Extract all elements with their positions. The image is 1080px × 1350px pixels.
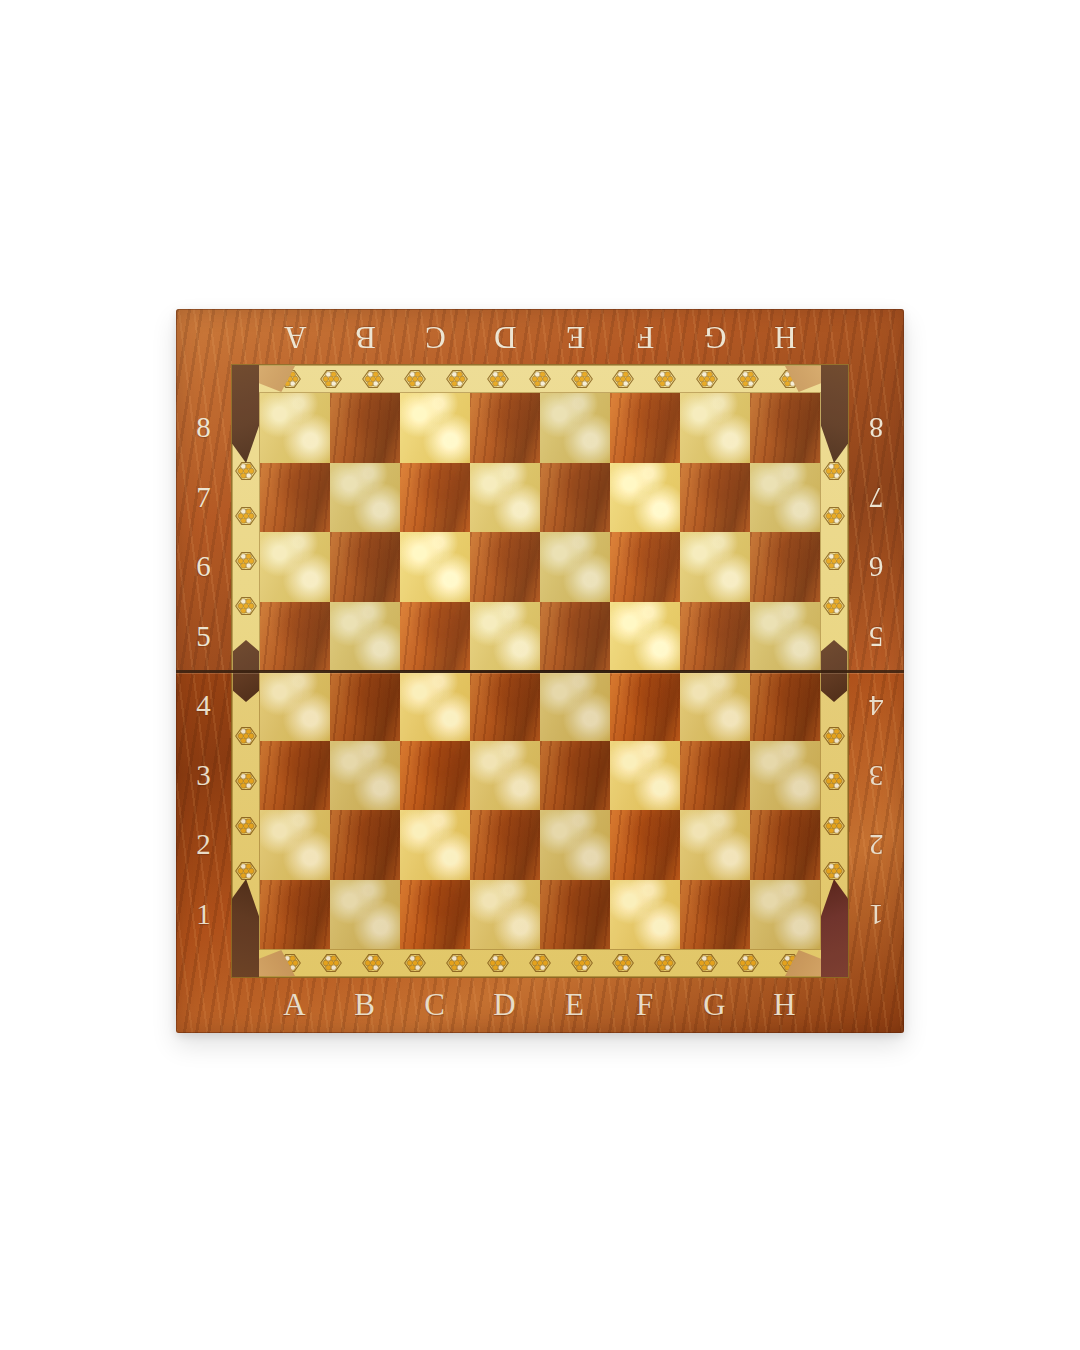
rank-label: 7 — [868, 481, 884, 514]
rank-label: 2 — [868, 828, 884, 861]
rank-label: 8 — [868, 411, 884, 444]
square-d4 — [470, 671, 540, 741]
medallion-strip-bottom — [260, 949, 820, 977]
square-h8 — [750, 393, 820, 463]
rank-label: 1 — [196, 898, 212, 931]
square-c1 — [400, 880, 470, 950]
rank-label: 4 — [196, 689, 212, 722]
honeycomb-medallion-icon — [695, 367, 719, 391]
honeycomb-medallion-icon — [822, 549, 846, 573]
square-f7 — [610, 463, 680, 533]
square-f2 — [610, 810, 680, 880]
square-g2 — [680, 810, 750, 880]
square-e1 — [540, 880, 610, 950]
honeycomb-medallion-icon — [234, 769, 258, 793]
square-b4 — [330, 671, 400, 741]
square-d5 — [470, 602, 540, 672]
square-g7 — [680, 463, 750, 533]
honeycomb-medallion-icon — [736, 367, 760, 391]
square-g3 — [680, 741, 750, 811]
honeycomb-medallion-icon — [611, 951, 635, 975]
square-h3 — [750, 741, 820, 811]
square-e2 — [540, 810, 610, 880]
file-label: H — [773, 319, 796, 355]
honeycomb-medallion-icon — [653, 367, 677, 391]
square-e8 — [540, 393, 610, 463]
square-a1 — [260, 880, 330, 950]
square-c3 — [400, 741, 470, 811]
square-b8 — [330, 393, 400, 463]
rank-label: 5 — [868, 620, 884, 653]
square-d3 — [470, 741, 540, 811]
square-c4 — [400, 671, 470, 741]
square-d1 — [470, 880, 540, 950]
square-f1 — [610, 880, 680, 950]
square-h4 — [750, 671, 820, 741]
square-c7 — [400, 463, 470, 533]
square-a6 — [260, 532, 330, 602]
honeycomb-medallion-icon — [361, 951, 385, 975]
honeycomb-medallion-icon — [319, 367, 343, 391]
rank-label: 1 — [868, 898, 884, 931]
square-e5 — [540, 602, 610, 672]
honeycomb-medallion-icon — [822, 724, 846, 748]
file-label: C — [424, 987, 446, 1023]
square-b7 — [330, 463, 400, 533]
chessboard: ABCDEFGH ABCDEFGH 87654321 87654321 — [176, 309, 904, 1033]
file-label: C — [424, 319, 446, 355]
honeycomb-medallion-icon — [403, 367, 427, 391]
square-c5 — [400, 602, 470, 672]
square-f8 — [610, 393, 680, 463]
honeycomb-medallion-icon — [611, 367, 635, 391]
file-label: D — [493, 987, 516, 1023]
square-h6 — [750, 532, 820, 602]
square-d7 — [470, 463, 540, 533]
square-b5 — [330, 602, 400, 672]
square-c8 — [400, 393, 470, 463]
honeycomb-medallion-icon — [361, 367, 385, 391]
square-b6 — [330, 532, 400, 602]
square-c2 — [400, 810, 470, 880]
square-a7 — [260, 463, 330, 533]
rank-label: 7 — [196, 481, 212, 514]
honeycomb-medallion-icon — [528, 367, 552, 391]
file-label: G — [703, 987, 726, 1023]
honeycomb-medallion-icon — [234, 724, 258, 748]
honeycomb-medallion-icon — [445, 367, 469, 391]
honeycomb-medallion-icon — [234, 594, 258, 618]
square-f3 — [610, 741, 680, 811]
file-label: H — [773, 987, 796, 1023]
honeycomb-medallion-icon — [445, 951, 469, 975]
square-e4 — [540, 671, 610, 741]
square-a8 — [260, 393, 330, 463]
honeycomb-medallion-icon — [403, 951, 427, 975]
bottom-file-labels: ABCDEFGH — [260, 977, 820, 1033]
square-b1 — [330, 880, 400, 950]
honeycomb-medallion-icon — [486, 951, 510, 975]
square-e3 — [540, 741, 610, 811]
square-d8 — [470, 393, 540, 463]
square-e7 — [540, 463, 610, 533]
honeycomb-medallion-icon — [234, 549, 258, 573]
square-a2 — [260, 810, 330, 880]
honeycomb-medallion-icon — [570, 367, 594, 391]
file-label: D — [493, 319, 516, 355]
square-d6 — [470, 532, 540, 602]
file-label: F — [636, 987, 654, 1023]
square-h7 — [750, 463, 820, 533]
honeycomb-medallion-icon — [486, 367, 510, 391]
square-c6 — [400, 532, 470, 602]
file-label: E — [565, 319, 585, 355]
file-label: A — [283, 319, 306, 355]
rank-label: 3 — [868, 759, 884, 792]
square-a4 — [260, 671, 330, 741]
product-photo-canvas: ABCDEFGH ABCDEFGH 87654321 87654321 — [0, 0, 1080, 1350]
square-h2 — [750, 810, 820, 880]
square-a3 — [260, 741, 330, 811]
file-label: E — [565, 987, 585, 1023]
square-g4 — [680, 671, 750, 741]
square-g8 — [680, 393, 750, 463]
square-b3 — [330, 741, 400, 811]
honeycomb-medallion-icon — [736, 951, 760, 975]
rank-label: 5 — [196, 620, 212, 653]
fold-seam — [176, 670, 904, 673]
square-f5 — [610, 602, 680, 672]
file-label: F — [636, 319, 654, 355]
square-d2 — [470, 810, 540, 880]
honeycomb-medallion-icon — [570, 951, 594, 975]
square-b2 — [330, 810, 400, 880]
rank-label: 3 — [196, 759, 212, 792]
file-label: B — [354, 987, 376, 1023]
square-h1 — [750, 880, 820, 950]
medallion-strip-top — [260, 365, 820, 393]
honeycomb-medallion-icon — [234, 504, 258, 528]
rank-label: 8 — [196, 411, 212, 444]
square-f4 — [610, 671, 680, 741]
file-label: B — [354, 319, 376, 355]
rank-label: 6 — [868, 550, 884, 583]
square-a5 — [260, 602, 330, 672]
rank-label: 6 — [196, 550, 212, 583]
square-g6 — [680, 532, 750, 602]
honeycomb-medallion-icon — [822, 814, 846, 838]
honeycomb-medallion-icon — [528, 951, 552, 975]
honeycomb-medallion-icon — [319, 951, 343, 975]
honeycomb-medallion-icon — [822, 504, 846, 528]
honeycomb-medallion-icon — [234, 814, 258, 838]
square-e6 — [540, 532, 610, 602]
rank-label: 4 — [868, 689, 884, 722]
square-f6 — [610, 532, 680, 602]
top-file-labels: ABCDEFGH — [260, 309, 820, 365]
honeycomb-medallion-icon — [822, 769, 846, 793]
honeycomb-medallion-icon — [695, 951, 719, 975]
rank-label: 2 — [196, 828, 212, 861]
square-h5 — [750, 602, 820, 672]
honeycomb-medallion-icon — [653, 951, 677, 975]
file-label: G — [703, 319, 726, 355]
square-g5 — [680, 602, 750, 672]
honeycomb-medallion-icon — [822, 594, 846, 618]
file-label: A — [283, 987, 306, 1023]
square-g1 — [680, 880, 750, 950]
